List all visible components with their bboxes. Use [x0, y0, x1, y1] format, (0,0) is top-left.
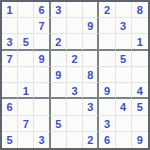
cell-r6c6[interactable]: [83, 83, 99, 99]
cell-r3c6[interactable]: [83, 34, 99, 50]
cell-r2c5[interactable]: [67, 18, 83, 34]
cell-r6c2[interactable]: 1: [18, 83, 34, 99]
given-digit: 2: [55, 37, 61, 48]
cell-r1c2[interactable]: [18, 2, 34, 18]
cell-r7c1[interactable]: 6: [2, 99, 18, 115]
cell-r1c1[interactable]: 1: [2, 2, 18, 18]
cell-r8c9[interactable]: [132, 116, 148, 132]
cell-r9c6[interactable]: 2: [83, 132, 99, 148]
given-digit: 1: [23, 85, 29, 96]
cell-r4c3[interactable]: 9: [34, 51, 50, 67]
given-digit: 3: [71, 85, 77, 96]
cell-r3c7[interactable]: [99, 34, 115, 50]
cell-r2c9[interactable]: [132, 18, 148, 34]
cell-r5c7[interactable]: [99, 67, 115, 83]
cell-r8c3[interactable]: [34, 116, 50, 132]
given-digit: 6: [104, 135, 110, 146]
cell-r5c5[interactable]: [67, 67, 83, 83]
given-digit: 3: [120, 21, 126, 32]
sudoku-board: 1632879335217925981394634575353269: [0, 0, 150, 150]
cell-r5c1[interactable]: [2, 67, 18, 83]
cell-r8c7[interactable]: 3: [99, 116, 115, 132]
given-digit: 7: [7, 53, 13, 64]
cell-r9c3[interactable]: 3: [34, 132, 50, 148]
cell-r3c5[interactable]: [67, 34, 83, 50]
cell-r1c8[interactable]: [116, 2, 132, 18]
cell-r1c9[interactable]: 8: [132, 2, 148, 18]
cell-r8c1[interactable]: [2, 116, 18, 132]
given-digit: 7: [38, 21, 44, 32]
cell-r5c9[interactable]: [132, 67, 148, 83]
cell-r2c8[interactable]: 3: [116, 18, 132, 34]
cell-r5c8[interactable]: [116, 67, 132, 83]
cell-r8c6[interactable]: [83, 116, 99, 132]
given-digit: 5: [7, 135, 13, 146]
cell-r6c4[interactable]: [51, 83, 67, 99]
given-digit: 2: [71, 53, 77, 64]
cell-r4c2[interactable]: [18, 51, 34, 67]
given-digit: 9: [87, 21, 93, 32]
cell-r6c8[interactable]: [116, 83, 132, 99]
cell-r7c9[interactable]: 5: [132, 99, 148, 115]
cell-r3c8[interactable]: [116, 34, 132, 50]
cell-r9c2[interactable]: [18, 132, 34, 148]
given-digit: 3: [38, 135, 44, 146]
given-digit: 6: [7, 102, 13, 113]
cell-r4c8[interactable]: 5: [116, 51, 132, 67]
given-digit: 9: [38, 53, 44, 64]
given-digit: 1: [137, 37, 143, 48]
cell-r7c4[interactable]: [51, 99, 67, 115]
cell-r5c3[interactable]: [34, 67, 50, 83]
given-digit: 6: [38, 5, 44, 16]
given-digit: 3: [87, 102, 93, 113]
cell-r1c4[interactable]: 3: [51, 2, 67, 18]
cell-r6c5[interactable]: 3: [67, 83, 83, 99]
cell-r3c3[interactable]: [34, 34, 50, 50]
given-digit: 1: [7, 5, 13, 16]
given-digit: 3: [104, 118, 110, 129]
given-digit: 8: [87, 69, 93, 80]
cell-r8c4[interactable]: 5: [51, 116, 67, 132]
given-digit: 9: [104, 85, 110, 96]
cell-r4c6[interactable]: [83, 51, 99, 67]
given-digit: 4: [137, 85, 143, 96]
cell-r2c6[interactable]: 9: [83, 18, 99, 34]
cell-r9c8[interactable]: [116, 132, 132, 148]
cell-r3c1[interactable]: 3: [2, 34, 18, 50]
cell-r3c2[interactable]: 5: [18, 34, 34, 50]
cell-r7c7[interactable]: [99, 99, 115, 115]
cell-r1c7[interactable]: 2: [99, 2, 115, 18]
cell-r6c1[interactable]: [2, 83, 18, 99]
cell-r2c4[interactable]: [51, 18, 67, 34]
cell-r9c9[interactable]: 9: [132, 132, 148, 148]
cell-r4c9[interactable]: [132, 51, 148, 67]
cell-r7c6[interactable]: 3: [83, 99, 99, 115]
cell-r9c7[interactable]: 6: [99, 132, 115, 148]
given-digit: 2: [104, 5, 110, 16]
cell-r9c4[interactable]: [51, 132, 67, 148]
cell-r6c3[interactable]: [34, 83, 50, 99]
given-digit: 7: [23, 118, 29, 129]
cell-r8c2[interactable]: 7: [18, 116, 34, 132]
cell-r2c1[interactable]: [2, 18, 18, 34]
given-digit: 3: [55, 5, 61, 16]
cell-r4c5[interactable]: 2: [67, 51, 83, 67]
given-digit: 5: [23, 37, 29, 48]
given-digit: 4: [120, 102, 126, 113]
cell-r1c6[interactable]: [83, 2, 99, 18]
cell-r5c6[interactable]: 8: [83, 67, 99, 83]
cell-r4c7[interactable]: [99, 51, 115, 67]
cell-r9c5[interactable]: [67, 132, 83, 148]
cell-r8c8[interactable]: [116, 116, 132, 132]
cell-r7c3[interactable]: [34, 99, 50, 115]
cell-r6c9[interactable]: 4: [132, 83, 148, 99]
given-digit: 9: [137, 135, 143, 146]
cell-r7c5[interactable]: [67, 99, 83, 115]
cell-r6c7[interactable]: 9: [99, 83, 115, 99]
cell-r8c5[interactable]: [67, 116, 83, 132]
given-digit: 8: [137, 5, 143, 16]
cell-r7c8[interactable]: 4: [116, 99, 132, 115]
given-digit: 3: [7, 37, 13, 48]
cell-r5c2[interactable]: [18, 67, 34, 83]
cell-r3c9[interactable]: 1: [132, 34, 148, 50]
cell-r4c1[interactable]: 7: [2, 51, 18, 67]
cell-r7c2[interactable]: [18, 99, 34, 115]
given-digit: 5: [120, 53, 126, 64]
cell-r3c4[interactable]: 2: [51, 34, 67, 50]
cell-r2c3[interactable]: 7: [34, 18, 50, 34]
cell-r1c3[interactable]: 6: [34, 2, 50, 18]
cell-r2c2[interactable]: [18, 18, 34, 34]
given-digit: 5: [137, 102, 143, 113]
given-digit: 2: [87, 135, 93, 146]
cell-r9c1[interactable]: 5: [2, 132, 18, 148]
cell-r2c7[interactable]: [99, 18, 115, 34]
given-digit: 9: [55, 69, 61, 80]
cell-r5c4[interactable]: 9: [51, 67, 67, 83]
given-digit: 5: [55, 118, 61, 129]
cell-r1c5[interactable]: [67, 2, 83, 18]
cell-r4c4[interactable]: [51, 51, 67, 67]
